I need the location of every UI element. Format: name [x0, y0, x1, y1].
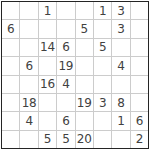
- grid-cell[interactable]: [131, 94, 148, 111]
- grid-cell[interactable]: [94, 57, 111, 74]
- puzzle-grid: 11365314656194164181938461655202: [1, 1, 149, 149]
- grid-cell[interactable]: [20, 20, 37, 37]
- clue-cell: 3: [94, 94, 111, 111]
- grid-cell[interactable]: [2, 112, 19, 129]
- grid-cell[interactable]: [20, 2, 37, 19]
- clue-cell: 3: [112, 20, 129, 37]
- grid-cell[interactable]: [57, 20, 74, 37]
- grid-cell[interactable]: [131, 57, 148, 74]
- clue-cell: 6: [20, 57, 37, 74]
- grid-cell[interactable]: [94, 20, 111, 37]
- grid-cell[interactable]: [57, 2, 74, 19]
- grid-cell[interactable]: [57, 94, 74, 111]
- grid-cell[interactable]: [2, 94, 19, 111]
- grid-cell[interactable]: [39, 20, 56, 37]
- grid-cell[interactable]: [131, 76, 148, 93]
- clue-cell: 8: [112, 94, 129, 111]
- clue-cell: 4: [20, 112, 37, 129]
- grid-cell[interactable]: [76, 2, 93, 19]
- clue-cell: 2: [131, 131, 148, 148]
- grid-cell[interactable]: [131, 2, 148, 19]
- grid-cell[interactable]: [94, 76, 111, 93]
- clue-cell: 1: [112, 112, 129, 129]
- grid-cell[interactable]: [76, 76, 93, 93]
- grid-cell[interactable]: [2, 131, 19, 148]
- clue-cell: 4: [57, 76, 74, 93]
- grid-cell[interactable]: [39, 57, 56, 74]
- clue-cell: 1: [39, 2, 56, 19]
- grid-cell[interactable]: [112, 131, 129, 148]
- grid-cell[interactable]: [112, 76, 129, 93]
- clue-cell: 19: [76, 94, 93, 111]
- grid-cell[interactable]: [2, 39, 19, 56]
- clue-cell: 16: [39, 76, 56, 93]
- grid-cell[interactable]: [2, 57, 19, 74]
- clue-cell: 3: [112, 2, 129, 19]
- grid-cell[interactable]: [39, 94, 56, 111]
- clue-cell: 1: [94, 2, 111, 19]
- clue-cell: 6: [57, 112, 74, 129]
- clue-cell: 20: [76, 131, 93, 148]
- clue-cell: 5: [57, 131, 74, 148]
- grid-cell[interactable]: [2, 76, 19, 93]
- grid-cell[interactable]: [20, 76, 37, 93]
- clue-cell: 4: [112, 57, 129, 74]
- grid-cell[interactable]: [131, 20, 148, 37]
- clue-cell: 5: [76, 20, 93, 37]
- grid-cell[interactable]: [112, 39, 129, 56]
- grid-cell[interactable]: [2, 2, 19, 19]
- clue-cell: 5: [94, 39, 111, 56]
- clue-cell: 6: [57, 39, 74, 56]
- grid-cell[interactable]: [20, 39, 37, 56]
- puzzle-page: 11365314656194164181938461655202: [0, 0, 150, 150]
- grid-cell[interactable]: [76, 39, 93, 56]
- grid-cell[interactable]: [39, 112, 56, 129]
- clue-cell: 6: [2, 20, 19, 37]
- grid-cell[interactable]: [94, 131, 111, 148]
- clue-cell: 14: [39, 39, 56, 56]
- clue-cell: 6: [131, 112, 148, 129]
- grid-cell[interactable]: [94, 112, 111, 129]
- clue-cell: 18: [20, 94, 37, 111]
- grid-cell[interactable]: [76, 57, 93, 74]
- clue-cell: 19: [57, 57, 74, 74]
- grid-cell[interactable]: [131, 39, 148, 56]
- grid-cell[interactable]: [20, 131, 37, 148]
- grid-cell[interactable]: [76, 112, 93, 129]
- clue-cell: 5: [39, 131, 56, 148]
